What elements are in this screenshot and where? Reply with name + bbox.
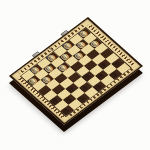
board-face: ⛂⛂⛂⛂⛂⛂⛂⛂⛂⛂⛂⛂⛂⛂⛂⛂⛂⛂⛂⛂⛂⛂⛂⛂	[9, 17, 143, 125]
folding-checkers-board: ⛂⛂⛂⛂⛂⛂⛂⛂⛂⛂⛂⛂⛂⛂⛂⛂⛂⛂⛂⛂⛂⛂⛂⛂	[9, 17, 143, 125]
photo-background: ⛂⛂⛂⛂⛂⛂⛂⛂⛂⛂⛂⛂⛂⛂⛂⛂⛂⛂⛂⛂⛂⛂⛂⛂	[0, 0, 150, 150]
